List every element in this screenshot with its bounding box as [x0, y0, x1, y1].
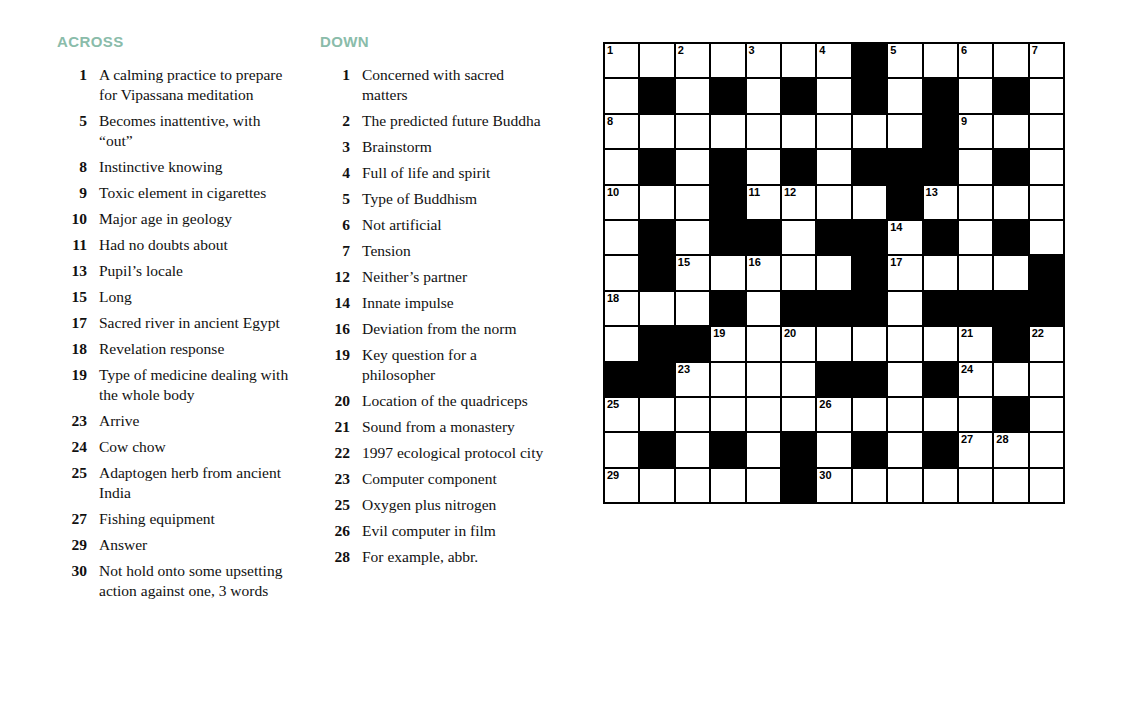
grid-cell[interactable] [1030, 363, 1063, 396]
black-cell [640, 433, 673, 466]
grid-cell[interactable]: 27 [959, 433, 992, 466]
clue-text: Sound from a monastery [362, 417, 515, 437]
clue-text: Major age in geology [99, 209, 232, 229]
grid-cell[interactable] [747, 398, 780, 431]
grid-cell[interactable] [676, 398, 709, 431]
down-clues-section: DOWN 1Concerned with sacred matters2The … [320, 33, 570, 573]
grid-cell[interactable] [959, 79, 992, 112]
clue-item[interactable]: 17Sacred river in ancient Egypt [57, 313, 305, 333]
clue-text: Tension [362, 241, 411, 261]
clue-item[interactable]: 27Fishing equipment [57, 509, 305, 529]
clue-text: Not artificial [362, 215, 442, 235]
clue-item[interactable]: 25Adaptogen herb from ancient India [57, 463, 305, 503]
clue-item[interactable]: 23Arrive [57, 411, 305, 431]
grid-cell[interactable] [1030, 469, 1063, 502]
grid-cell[interactable]: 17 [888, 256, 921, 289]
grid-cell[interactable] [605, 327, 638, 360]
clue-number: 16 [320, 319, 350, 339]
grid-cell[interactable] [1030, 150, 1063, 183]
clue-text: Sacred river in ancient Egypt [99, 313, 280, 333]
crossword-grid: 1234567891011121314151617181920212223242… [603, 42, 1065, 504]
clue-text: Innate impulse [362, 293, 454, 313]
clue-item[interactable]: 18Revelation response [57, 339, 305, 359]
black-cell [853, 150, 886, 183]
grid-cell[interactable] [888, 398, 921, 431]
grid-cell[interactable] [817, 150, 850, 183]
grid-cell[interactable] [924, 469, 957, 502]
grid-cell[interactable] [711, 363, 744, 396]
cell-number: 21 [961, 327, 973, 340]
grid-cell[interactable] [817, 186, 850, 219]
black-cell [711, 186, 744, 219]
black-cell [782, 292, 815, 325]
black-cell [676, 327, 709, 360]
grid-cell[interactable] [888, 469, 921, 502]
black-cell [853, 79, 886, 112]
grid-cell[interactable] [676, 292, 709, 325]
clue-item[interactable]: 24Cow chow [57, 437, 305, 457]
cell-number: 7 [1032, 44, 1038, 57]
grid-cell[interactable] [994, 186, 1027, 219]
black-cell [994, 292, 1027, 325]
cell-number: 3 [749, 44, 755, 57]
clue-number: 19 [57, 365, 87, 385]
clue-number: 8 [57, 157, 87, 177]
clue-number: 14 [320, 293, 350, 313]
grid-cell[interactable]: 13 [924, 186, 957, 219]
clue-number: 17 [57, 313, 87, 333]
clue-text: Oxygen plus nitrogen [362, 495, 496, 515]
black-cell [711, 79, 744, 112]
grid-cell[interactable] [676, 433, 709, 466]
cell-number: 30 [819, 469, 831, 482]
clue-text: The predicted future Buddha [362, 111, 541, 131]
clue-text: Not hold onto some upsetting action agai… [99, 561, 289, 601]
clue-number: 25 [320, 495, 350, 515]
black-cell [994, 150, 1027, 183]
clue-item[interactable]: 3Brainstorm [320, 137, 570, 157]
black-cell [924, 292, 957, 325]
grid-cell[interactable] [888, 433, 921, 466]
black-cell [888, 150, 921, 183]
clue-item[interactable]: 13Pupil’s locale [57, 261, 305, 281]
black-cell [924, 363, 957, 396]
clue-text: Long [99, 287, 132, 307]
clue-item[interactable]: 11Had no doubts about [57, 235, 305, 255]
clue-number: 23 [57, 411, 87, 431]
clue-item[interactable]: 10Major age in geology [57, 209, 305, 229]
grid-cell[interactable] [640, 186, 673, 219]
clue-text: Becomes inattentive, with “out” [99, 111, 289, 151]
clue-number: 15 [57, 287, 87, 307]
black-cell [853, 44, 886, 77]
clue-number: 20 [320, 391, 350, 411]
grid-cell[interactable] [888, 115, 921, 148]
black-cell [605, 363, 638, 396]
grid-cell[interactable] [959, 186, 992, 219]
grid-cell[interactable] [747, 292, 780, 325]
clue-item[interactable]: 15Long [57, 287, 305, 307]
grid-cell[interactable]: 19 [711, 327, 744, 360]
grid-cell[interactable] [853, 327, 886, 360]
black-cell [640, 221, 673, 254]
clue-text: Deviation from the norm [362, 319, 517, 339]
clue-item[interactable]: 1Concerned with sacred matters [320, 65, 570, 105]
clue-number: 4 [320, 163, 350, 183]
grid-cell[interactable] [994, 115, 1027, 148]
grid-cell[interactable]: 12 [782, 186, 815, 219]
grid-cell[interactable]: 14 [888, 221, 921, 254]
clue-item[interactable]: 20Location of the quadriceps [320, 391, 570, 411]
black-cell [959, 292, 992, 325]
grid-cell[interactable] [924, 44, 957, 77]
grid-cell[interactable] [924, 398, 957, 431]
black-cell [994, 398, 1027, 431]
grid-cell[interactable]: 26 [817, 398, 850, 431]
cell-number: 19 [713, 327, 725, 340]
grid-cell[interactable] [1030, 398, 1063, 431]
grid-cell[interactable] [711, 115, 744, 148]
clue-number: 25 [57, 463, 87, 483]
grid-cell[interactable] [605, 79, 638, 112]
black-cell [640, 150, 673, 183]
grid-cell[interactable]: 18 [605, 292, 638, 325]
clue-text: Concerned with sacred matters [362, 65, 552, 105]
grid-cell[interactable] [676, 115, 709, 148]
grid-cell[interactable] [888, 363, 921, 396]
cell-number: 12 [784, 186, 796, 199]
grid-cell[interactable] [711, 256, 744, 289]
clue-number: 12 [320, 267, 350, 287]
grid-cell[interactable]: 6 [959, 44, 992, 77]
grid-cell[interactable] [1030, 433, 1063, 466]
clue-number: 29 [57, 535, 87, 555]
grid-cell[interactable] [817, 433, 850, 466]
grid-cell[interactable] [676, 186, 709, 219]
clue-text: Fishing equipment [99, 509, 215, 529]
grid-cell[interactable] [888, 327, 921, 360]
grid-cell[interactable]: 15 [676, 256, 709, 289]
black-cell [853, 256, 886, 289]
grid-cell[interactable] [782, 398, 815, 431]
black-cell [994, 79, 1027, 112]
clue-item[interactable]: 5Type of Buddhism [320, 189, 570, 209]
grid-cell[interactable] [605, 256, 638, 289]
black-cell [924, 79, 957, 112]
clue-number: 10 [57, 209, 87, 229]
black-cell [711, 433, 744, 466]
clue-text: Type of medicine dealing with the whole … [99, 365, 289, 405]
grid-cell[interactable] [676, 221, 709, 254]
grid-cell[interactable]: 8 [605, 115, 638, 148]
grid-cell[interactable]: 4 [817, 44, 850, 77]
clue-item[interactable]: 221997 ecological protocol city [320, 443, 570, 463]
grid-cell[interactable]: 7 [1030, 44, 1063, 77]
grid-cell[interactable]: 25 [605, 398, 638, 431]
down-clue-list: 1Concerned with sacred matters2The predi… [320, 65, 570, 567]
grid-cell[interactable]: 5 [888, 44, 921, 77]
grid-cell[interactable] [959, 221, 992, 254]
grid-cell[interactable] [676, 469, 709, 502]
clue-text: 1997 ecological protocol city [362, 443, 543, 463]
clue-text: Neither’s partner [362, 267, 467, 287]
clue-item[interactable]: 9Toxic element in cigarettes [57, 183, 305, 203]
clue-text: Revelation response [99, 339, 224, 359]
clue-text: Evil computer in film [362, 521, 496, 541]
black-cell [640, 79, 673, 112]
grid-cell[interactable]: 2 [676, 44, 709, 77]
grid-cell[interactable] [676, 79, 709, 112]
grid-cell[interactable] [676, 150, 709, 183]
clue-text: For example, abbr. [362, 547, 478, 567]
clue-item[interactable]: 25Oxygen plus nitrogen [320, 495, 570, 515]
clue-item[interactable]: 28For example, abbr. [320, 547, 570, 567]
cell-number: 2 [678, 44, 684, 57]
grid-cell[interactable]: 21 [959, 327, 992, 360]
cell-number: 9 [961, 115, 967, 128]
clue-number: 26 [320, 521, 350, 541]
grid-cell[interactable] [959, 469, 992, 502]
clue-item[interactable]: 16Deviation from the norm [320, 319, 570, 339]
cell-number: 5 [890, 44, 896, 57]
black-cell [711, 221, 744, 254]
clue-number: 5 [57, 111, 87, 131]
black-cell [782, 469, 815, 502]
cell-number: 14 [890, 221, 902, 234]
clue-item[interactable]: 26Evil computer in film [320, 521, 570, 541]
clue-item[interactable]: 8Instinctive knowing [57, 157, 305, 177]
clue-item[interactable]: 12Neither’s partner [320, 267, 570, 287]
grid-cell[interactable] [994, 44, 1027, 77]
grid-cell[interactable]: 23 [676, 363, 709, 396]
grid-cell[interactable]: 11 [747, 186, 780, 219]
grid-cell[interactable] [1030, 186, 1063, 219]
grid-cell[interactable]: 24 [959, 363, 992, 396]
clue-number: 30 [57, 561, 87, 581]
clue-item[interactable]: 5Becomes inattentive, with “out” [57, 111, 305, 151]
clue-number: 6 [320, 215, 350, 235]
grid-cell[interactable] [711, 469, 744, 502]
grid-cell[interactable] [959, 150, 992, 183]
clue-number: 1 [320, 65, 350, 85]
clue-number: 27 [57, 509, 87, 529]
cell-number: 26 [819, 398, 831, 411]
cell-number: 15 [678, 256, 690, 269]
clue-text: Adaptogen herb from ancient India [99, 463, 289, 503]
black-cell [817, 292, 850, 325]
cell-number: 28 [996, 433, 1008, 446]
grid-cell[interactable] [747, 115, 780, 148]
clue-number: 22 [320, 443, 350, 463]
black-cell [1030, 292, 1063, 325]
grid-cell[interactable] [640, 44, 673, 77]
grid-cell[interactable]: 29 [605, 469, 638, 502]
cell-number: 4 [819, 44, 825, 57]
grid-cell[interactable] [817, 115, 850, 148]
grid-cell[interactable]: 22 [1030, 327, 1063, 360]
clue-text: Arrive [99, 411, 139, 431]
cell-number: 20 [784, 327, 796, 340]
clue-text: Toxic element in cigarettes [99, 183, 266, 203]
grid-cell[interactable] [747, 433, 780, 466]
clue-item[interactable]: 4Full of life and spirit [320, 163, 570, 183]
clue-number: 11 [57, 235, 87, 255]
cell-number: 18 [607, 292, 619, 305]
cell-number: 6 [961, 44, 967, 57]
cell-number: 10 [607, 186, 619, 199]
grid-cell[interactable] [605, 221, 638, 254]
clue-number: 1 [57, 65, 87, 85]
clue-text: A calming practice to prepare for Vipass… [99, 65, 289, 105]
down-header: DOWN [320, 33, 570, 50]
black-cell [924, 221, 957, 254]
black-cell [994, 221, 1027, 254]
grid-cell[interactable] [994, 256, 1027, 289]
cell-number: 27 [961, 433, 973, 446]
clue-text: Full of life and spirit [362, 163, 490, 183]
cell-number: 13 [926, 186, 938, 199]
grid-cell[interactable] [711, 44, 744, 77]
clue-text: Cow chow [99, 437, 166, 457]
black-cell [853, 221, 886, 254]
clue-number: 9 [57, 183, 87, 203]
clue-text: Had no doubts about [99, 235, 228, 255]
clue-item[interactable]: 2The predicted future Buddha [320, 111, 570, 131]
grid-cell[interactable] [782, 44, 815, 77]
clue-item[interactable]: 14Innate impulse [320, 293, 570, 313]
grid-cell[interactable] [747, 363, 780, 396]
grid-cell[interactable] [782, 256, 815, 289]
grid-cell[interactable] [747, 79, 780, 112]
grid-cell[interactable] [782, 363, 815, 396]
black-cell [711, 292, 744, 325]
grid-cell[interactable] [782, 115, 815, 148]
across-clue-list: 1A calming practice to prepare for Vipas… [57, 65, 305, 601]
grid-cell[interactable] [817, 79, 850, 112]
grid-cell[interactable] [817, 327, 850, 360]
grid-cell[interactable] [1030, 115, 1063, 148]
black-cell [924, 433, 957, 466]
clue-text: Brainstorm [362, 137, 432, 157]
grid-cell[interactable] [640, 115, 673, 148]
grid-cell[interactable] [747, 327, 780, 360]
clue-item[interactable]: 1A calming practice to prepare for Vipas… [57, 65, 305, 105]
clue-text: Type of Buddhism [362, 189, 477, 209]
cell-number: 16 [749, 256, 761, 269]
clue-item[interactable]: 23Computer component [320, 469, 570, 489]
grid-cell[interactable] [888, 79, 921, 112]
clue-number: 3 [320, 137, 350, 157]
grid-cell[interactable] [853, 398, 886, 431]
clue-item[interactable]: 29Answer [57, 535, 305, 555]
clue-number: 7 [320, 241, 350, 261]
grid-cell[interactable] [640, 398, 673, 431]
grid-cell[interactable] [853, 115, 886, 148]
grid-cell[interactable] [817, 256, 850, 289]
black-cell [924, 150, 957, 183]
black-cell [853, 292, 886, 325]
grid-cell[interactable] [994, 469, 1027, 502]
grid-cell[interactable] [994, 363, 1027, 396]
grid-cell[interactable] [853, 469, 886, 502]
cell-number: 17 [890, 256, 902, 269]
grid-cell[interactable]: 10 [605, 186, 638, 219]
grid-cell[interactable] [1030, 79, 1063, 112]
black-cell [924, 115, 957, 148]
black-cell [994, 327, 1027, 360]
clue-number: 21 [320, 417, 350, 437]
grid-cell[interactable] [747, 469, 780, 502]
black-cell [640, 363, 673, 396]
grid-cell[interactable] [640, 292, 673, 325]
clue-text: Computer component [362, 469, 497, 489]
grid-cell[interactable]: 3 [747, 44, 780, 77]
cell-number: 8 [607, 115, 613, 128]
clue-number: 28 [320, 547, 350, 567]
cell-number: 25 [607, 398, 619, 411]
black-cell [747, 221, 780, 254]
grid-cell[interactable] [959, 398, 992, 431]
clue-item[interactable]: 6Not artificial [320, 215, 570, 235]
clue-item[interactable]: 21Sound from a monastery [320, 417, 570, 437]
black-cell [640, 327, 673, 360]
black-cell [853, 363, 886, 396]
clue-item[interactable]: 19Key question for a philosopher [320, 345, 570, 385]
black-cell [817, 221, 850, 254]
black-cell [888, 186, 921, 219]
across-header: ACROSS [57, 33, 305, 50]
clue-number: 5 [320, 189, 350, 209]
black-cell [711, 150, 744, 183]
grid-cell[interactable] [711, 398, 744, 431]
black-cell [782, 150, 815, 183]
clue-text: Key question for a philosopher [362, 345, 552, 385]
black-cell [853, 433, 886, 466]
clue-item[interactable]: 19Type of medicine dealing with the whol… [57, 365, 305, 405]
clue-text: Location of the quadriceps [362, 391, 528, 411]
grid-cell[interactable]: 28 [994, 433, 1027, 466]
clue-text: Pupil’s locale [99, 261, 183, 281]
grid-cell[interactable] [605, 433, 638, 466]
clue-number: 2 [320, 111, 350, 131]
clue-item[interactable]: 7Tension [320, 241, 570, 261]
cell-number: 24 [961, 363, 973, 376]
grid-cell[interactable]: 9 [959, 115, 992, 148]
grid-cell[interactable] [782, 221, 815, 254]
clue-number: 23 [320, 469, 350, 489]
clue-item[interactable]: 30Not hold onto some upsetting action ag… [57, 561, 305, 601]
grid-cell[interactable] [1030, 221, 1063, 254]
grid-cell[interactable] [959, 256, 992, 289]
grid-cell[interactable] [853, 186, 886, 219]
grid-cell[interactable] [924, 256, 957, 289]
clue-text: Answer [99, 535, 147, 555]
across-clues-section: ACROSS 1A calming practice to prepare fo… [57, 33, 305, 607]
grid-cell[interactable] [747, 150, 780, 183]
grid-cell[interactable] [605, 150, 638, 183]
clue-number: 19 [320, 345, 350, 365]
grid-cell[interactable]: 16 [747, 256, 780, 289]
grid-cell[interactable] [888, 292, 921, 325]
grid-cell[interactable]: 20 [782, 327, 815, 360]
grid-cell[interactable]: 1 [605, 44, 638, 77]
clue-text: Instinctive knowing [99, 157, 223, 177]
cell-number: 23 [678, 363, 690, 376]
cell-number: 11 [749, 186, 761, 199]
grid-cell[interactable]: 30 [817, 469, 850, 502]
grid-cell[interactable] [640, 469, 673, 502]
grid-cell[interactable] [924, 327, 957, 360]
